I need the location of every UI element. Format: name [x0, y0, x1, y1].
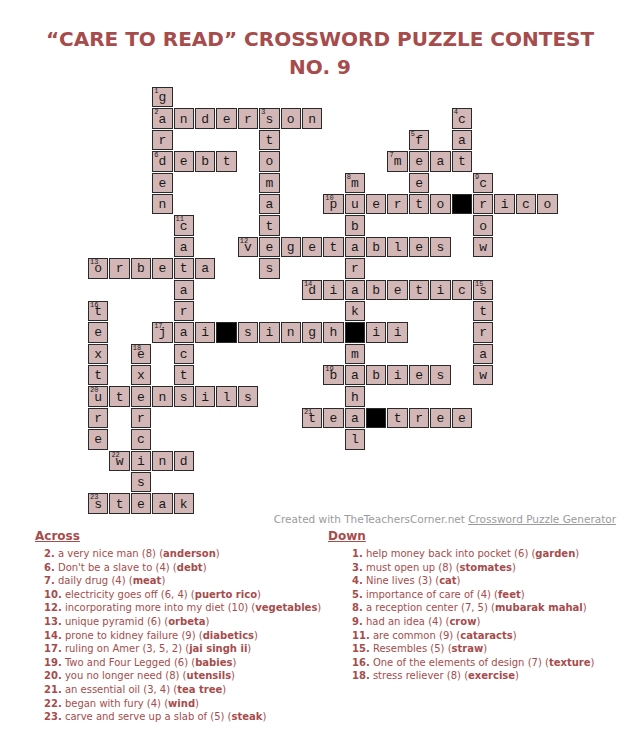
grid-cell: e	[216, 108, 236, 128]
cell-letter: t	[180, 367, 188, 383]
cell-letter: c	[458, 111, 466, 127]
cell-letter: b	[351, 218, 359, 234]
cell-letter: s	[244, 389, 252, 405]
clue-number: 9	[475, 173, 479, 182]
grid-cell: i	[430, 280, 450, 300]
clue-number: 13	[90, 258, 98, 267]
grid-cell: r	[174, 301, 194, 321]
cell-letter: s	[265, 260, 273, 276]
grid-cell: 1g	[152, 87, 172, 107]
cell-letter: o	[479, 218, 487, 234]
grid-cell: 6d	[152, 151, 172, 171]
cell-letter: r	[137, 410, 145, 426]
cell-letter: m	[351, 346, 359, 362]
black-cell	[366, 408, 386, 428]
down-clue-4: 4. Nine lives (3) (cat)	[328, 574, 636, 588]
grid-cell: 7m	[387, 151, 407, 171]
across-clue-17: 17. ruling on Amer (3, 5, 2) (jai singh …	[35, 642, 327, 656]
cell-letter: d	[201, 111, 209, 127]
cell-letter: a	[180, 282, 188, 298]
grid-cell: a	[345, 365, 365, 385]
cell-letter: m	[265, 175, 273, 191]
down-clue-9: 9. had an idea (4) (crow)	[328, 615, 636, 629]
cell-letter: e	[308, 239, 316, 255]
cell-letter: a	[458, 132, 466, 148]
cell-letter: i	[201, 324, 209, 340]
grid-cell: b	[131, 258, 151, 278]
cell-letter: e	[158, 260, 166, 276]
down-header: Down	[328, 529, 366, 543]
cell-letter: o	[543, 196, 551, 212]
cell-letter: u	[351, 196, 359, 212]
grid-cell: c	[131, 429, 151, 449]
grid-cell: u	[345, 194, 365, 214]
grid-cell: l	[345, 429, 365, 449]
grid-cell: k	[345, 301, 365, 321]
grid-cell: n	[152, 451, 172, 471]
grid-cell: t	[323, 237, 343, 257]
grid-cell: a	[345, 237, 365, 257]
grid-cell: b	[345, 215, 365, 235]
cell-letter: e	[415, 239, 423, 255]
down-clue-11: 11. are common (9) (cataracts)	[328, 629, 636, 643]
cell-letter: c	[137, 431, 145, 447]
cell-letter: s	[437, 239, 445, 255]
cell-letter: e	[437, 410, 445, 426]
cell-letter: s	[244, 324, 252, 340]
clue-number: 17	[154, 322, 162, 331]
cell-letter: e	[223, 111, 231, 127]
across-clue-23: 23. carve and serve up a slab of (5) (st…	[35, 710, 327, 724]
grid-cell: r	[131, 408, 151, 428]
cell-letter: a	[180, 239, 188, 255]
crossword-grid: 1g2ander3son4crt5fa6debto7meatem8me9cna1…	[88, 87, 558, 514]
cell-letter: r	[116, 260, 124, 276]
grid-cell: n	[152, 194, 172, 214]
grid-cell: 16t	[88, 301, 108, 321]
cell-letter: m	[351, 175, 359, 191]
grid-cell: 11c	[174, 215, 194, 235]
grid-cell: t	[259, 215, 279, 235]
grid-cell: t	[216, 151, 236, 171]
grid-cell: i	[195, 322, 215, 342]
grid-cell: c	[516, 194, 536, 214]
across-clue-14: 14. prone to kidney failure (9) (diabeti…	[35, 629, 327, 643]
grid-cell: e	[302, 237, 322, 257]
cell-letter: l	[351, 431, 359, 447]
grid-cell: b	[366, 280, 386, 300]
grid-cell: l	[216, 386, 236, 406]
black-cell	[452, 194, 472, 214]
cell-letter: s	[265, 111, 273, 127]
cell-letter: c	[180, 346, 188, 362]
grid-cell: t	[109, 493, 129, 513]
grid-cell: 14d	[302, 280, 322, 300]
cell-letter: e	[265, 239, 273, 255]
clue-number: 16	[90, 301, 98, 310]
cell-letter: n	[180, 111, 188, 127]
cell-letter: n	[158, 453, 166, 469]
grid-cell: o	[259, 151, 279, 171]
cell-letter: b	[372, 282, 380, 298]
cell-letter: a	[351, 410, 359, 426]
clue-number: 3	[261, 108, 265, 117]
grid-cell: i	[494, 194, 514, 214]
generator-link[interactable]: Crossword Puzzle Generator	[468, 513, 616, 525]
cell-letter: c	[458, 282, 466, 298]
grid-cell: t	[174, 258, 194, 278]
cell-letter: c	[522, 196, 530, 212]
grid-cell: e	[131, 493, 151, 513]
cell-letter: g	[158, 89, 166, 105]
cell-letter: t	[330, 239, 338, 255]
grid-cell: a	[345, 408, 365, 428]
cell-letter: n	[308, 111, 316, 127]
clue-number: 8	[347, 173, 351, 182]
cell-letter: a	[437, 153, 445, 169]
across-clue-list: 2. a very nice man (8) (anderson)6. Don'…	[35, 547, 327, 724]
cell-letter: h	[351, 389, 359, 405]
grid-cell: k	[174, 493, 194, 513]
cell-letter: e	[372, 196, 380, 212]
grid-cell: a	[174, 237, 194, 257]
across-clue-13: 13. unique pyramid (6) (orbeta)	[35, 615, 327, 629]
cell-letter: i	[501, 196, 509, 212]
cell-letter: o	[265, 153, 273, 169]
grid-cell: 9c	[473, 173, 493, 193]
grid-cell: b	[366, 237, 386, 257]
cell-letter: i	[201, 389, 209, 405]
grid-cell: e	[409, 237, 429, 257]
across-clue-2: 2. a very nice man (8) (anderson)	[35, 547, 327, 561]
cell-letter: w	[479, 367, 487, 383]
cell-letter: a	[180, 324, 188, 340]
cell-letter: m	[394, 153, 402, 169]
grid-cell: b	[366, 365, 386, 385]
cell-letter: a	[479, 346, 487, 362]
cell-letter: e	[394, 282, 402, 298]
grid-cell: 13o	[88, 258, 108, 278]
cell-letter: n	[287, 324, 295, 340]
cell-letter: x	[137, 367, 145, 383]
cell-letter: t	[415, 282, 423, 298]
clue-number: 22	[111, 451, 119, 460]
clue-number: 11	[176, 215, 184, 224]
grid-cell: t	[409, 280, 429, 300]
grid-cell: a	[452, 130, 472, 150]
clue-number: 1	[154, 87, 158, 96]
cell-letter: a	[158, 496, 166, 512]
cell-letter: a	[351, 282, 359, 298]
clue-number: 4	[454, 108, 458, 117]
grid-cell: e	[152, 173, 172, 193]
grid-cell: n	[152, 386, 172, 406]
grid-cell: e	[452, 408, 472, 428]
cell-letter: n	[158, 389, 166, 405]
grid-cell: r	[88, 408, 108, 428]
grid-cell: e	[409, 173, 429, 193]
grid-cell: i	[366, 322, 386, 342]
clue-number: 21	[304, 408, 312, 417]
grid-cell: n	[281, 322, 301, 342]
clue-number: 14	[304, 280, 312, 289]
cell-letter: e	[330, 410, 338, 426]
grid-cell: i	[131, 451, 151, 471]
across-clue-7: 7. daily drug (4) (meat)	[35, 574, 327, 588]
page-title: “CARE TO READ” CROSSWORD PUZZLE CONTEST …	[0, 25, 640, 81]
across-clue-6: 6. Don't be a slave to (4) (debt)	[35, 561, 327, 575]
grid-cell: s	[430, 365, 450, 385]
cell-letter: e	[415, 367, 423, 383]
grid-cell: r	[345, 258, 365, 278]
cell-letter: t	[458, 153, 466, 169]
grid-cell: c	[174, 344, 194, 364]
grid-cell: r	[152, 130, 172, 150]
cell-letter: b	[201, 153, 209, 169]
grid-cell: b	[195, 151, 215, 171]
down-clue-18: 18. stress reliever (8) (exercise)	[328, 669, 636, 683]
cell-letter: w	[479, 239, 487, 255]
grid-cell: i	[259, 322, 279, 342]
grid-cell: e	[131, 386, 151, 406]
across-header: Across	[35, 529, 80, 543]
cell-letter: t	[116, 389, 124, 405]
cell-letter: t	[415, 196, 423, 212]
clue-number: 6	[154, 151, 158, 160]
grid-cell: 5f	[409, 130, 429, 150]
grid-cell: e	[88, 322, 108, 342]
cell-letter: s	[137, 474, 145, 490]
cell-letter: n	[158, 196, 166, 212]
cell-letter: e	[94, 431, 102, 447]
grid-cell: x	[88, 344, 108, 364]
grid-cell: n	[302, 108, 322, 128]
grid-cell: r	[473, 194, 493, 214]
grid-cell: t	[259, 130, 279, 150]
cell-letter: a	[265, 196, 273, 212]
grid-cell: g	[302, 322, 322, 342]
cell-letter: e	[137, 496, 145, 512]
cell-letter: o	[287, 111, 295, 127]
grid-cell: m	[259, 173, 279, 193]
grid-cell: a	[430, 151, 450, 171]
cell-letter: i	[394, 324, 402, 340]
grid-cell: h	[323, 322, 343, 342]
puzzle-title-line1: “CARE TO READ” CROSSWORD PUZZLE CONTEST	[0, 25, 640, 53]
cell-letter: t	[394, 410, 402, 426]
cell-letter: r	[158, 132, 166, 148]
grid-cell: r	[473, 322, 493, 342]
grid-cell: 12v	[238, 237, 258, 257]
grid-cell: e	[259, 237, 279, 257]
cell-letter: s	[437, 367, 445, 383]
cell-letter: i	[394, 367, 402, 383]
grid-cell: h	[345, 386, 365, 406]
grid-cell: s	[430, 237, 450, 257]
grid-cell: o	[473, 215, 493, 235]
cell-letter: t	[116, 496, 124, 512]
cell-letter: i	[437, 282, 445, 298]
cell-letter: l	[223, 389, 231, 405]
grid-cell: i	[323, 280, 343, 300]
grid-cell: a	[174, 322, 194, 342]
cell-letter: f	[415, 132, 423, 148]
cell-letter: r	[180, 303, 188, 319]
clue-number: 18	[133, 344, 141, 353]
clue-number: 23	[90, 493, 98, 502]
grid-cell: e	[387, 280, 407, 300]
across-clue-21: 21. an essential oil (3, 4) (tea tree)	[35, 683, 327, 697]
down-clue-list: 1. help money back into pocket (6) (gard…	[328, 547, 636, 683]
grid-cell: e	[88, 429, 108, 449]
clue-number: 2	[154, 108, 158, 117]
grid-cell: r	[109, 258, 129, 278]
grid-cell: r	[409, 408, 429, 428]
puzzle-title-line2: NO. 9	[0, 53, 640, 81]
grid-cell: 22w	[109, 451, 129, 471]
grid-cell: c	[452, 280, 472, 300]
cell-letter: s	[180, 389, 188, 405]
black-cell	[345, 322, 365, 342]
grid-cell: i	[195, 386, 215, 406]
cell-letter: e	[137, 389, 145, 405]
across-clue-20: 20. you no longer need (8) (utensils)	[35, 669, 327, 683]
grid-cell: 23s	[88, 493, 108, 513]
grid-cell: 18e	[131, 344, 151, 364]
cell-letter: k	[180, 496, 188, 512]
cell-letter: b	[137, 260, 145, 276]
cell-letter: e	[458, 410, 466, 426]
cell-letter: e	[415, 175, 423, 191]
grid-cell: l	[387, 237, 407, 257]
cell-letter: r	[479, 324, 487, 340]
grid-cell: a	[174, 280, 194, 300]
grid-cell: d	[174, 451, 194, 471]
grid-cell: s	[259, 258, 279, 278]
black-cell	[216, 322, 236, 342]
grid-cell: i	[387, 365, 407, 385]
cell-letter: k	[351, 303, 359, 319]
cell-letter: e	[94, 324, 102, 340]
grid-cell: a	[473, 344, 493, 364]
grid-cell: x	[131, 365, 151, 385]
cell-letter: g	[287, 239, 295, 255]
cell-letter: t	[223, 153, 231, 169]
grid-cell: 15s	[473, 280, 493, 300]
grid-cell: i	[387, 322, 407, 342]
credit-line: Created with TheTeachersCorner.net Cross…	[274, 513, 616, 525]
down-clue-15: 15. Resembles (5) (straw)	[328, 642, 636, 656]
cell-letter: i	[137, 453, 145, 469]
clue-number: 19	[325, 365, 333, 374]
grid-cell: e	[152, 258, 172, 278]
grid-cell: t	[109, 386, 129, 406]
grid-cell: t	[452, 151, 472, 171]
grid-cell: e	[409, 151, 429, 171]
cell-letter: g	[308, 324, 316, 340]
across-clue-19: 19. Two and Four Legged (6) (babies)	[35, 656, 327, 670]
grid-cell: t	[473, 301, 493, 321]
grid-cell: o	[430, 194, 450, 214]
grid-cell: t	[387, 408, 407, 428]
grid-cell: w	[473, 365, 493, 385]
cell-letter: r	[415, 410, 423, 426]
grid-cell: 10p	[323, 194, 343, 214]
grid-cell: 19b	[323, 365, 343, 385]
cell-letter: r	[244, 111, 252, 127]
grid-cell: m	[345, 344, 365, 364]
grid-cell: 20u	[88, 386, 108, 406]
grid-cell: 21t	[302, 408, 322, 428]
cell-letter: d	[180, 453, 188, 469]
clue-number: 7	[389, 151, 393, 160]
cell-letter: e	[158, 175, 166, 191]
cell-letter: i	[265, 324, 273, 340]
grid-cell: t	[174, 365, 194, 385]
grid-cell: e	[430, 408, 450, 428]
grid-cell: t	[409, 194, 429, 214]
cell-letter: t	[180, 260, 188, 276]
grid-cell: 2a	[152, 108, 172, 128]
clue-number: 10	[325, 194, 333, 203]
grid-cell: r	[387, 194, 407, 214]
grid-cell: 17j	[152, 322, 172, 342]
cell-letter: r	[479, 196, 487, 212]
cell-letter: i	[330, 282, 338, 298]
cell-letter: b	[372, 367, 380, 383]
grid-cell: s	[174, 386, 194, 406]
grid-cell: e	[409, 365, 429, 385]
cell-letter: a	[201, 260, 209, 276]
grid-cell: 3s	[259, 108, 279, 128]
grid-cell: e	[174, 151, 194, 171]
grid-cell: o	[537, 194, 557, 214]
cell-letter: b	[372, 239, 380, 255]
grid-cell: a	[345, 280, 365, 300]
grid-cell: e	[366, 194, 386, 214]
clue-number: 12	[240, 237, 248, 246]
cell-letter: d	[158, 153, 166, 169]
grid-cell: e	[323, 408, 343, 428]
grid-cell: d	[195, 108, 215, 128]
grid-cell: 4c	[452, 108, 472, 128]
cell-letter: r	[94, 410, 102, 426]
cell-letter: o	[437, 196, 445, 212]
grid-cell: 8m	[345, 173, 365, 193]
cell-letter: l	[394, 239, 402, 255]
cell-letter: a	[158, 111, 166, 127]
grid-cell: r	[238, 108, 258, 128]
cell-letter: i	[372, 324, 380, 340]
cell-letter: e	[180, 153, 188, 169]
grid-cell: s	[238, 322, 258, 342]
grid-cell: n	[174, 108, 194, 128]
cell-letter: h	[330, 324, 338, 340]
grid-cell: a	[195, 258, 215, 278]
across-clue-10: 10. electricity goes off (6, 4) (puerto …	[35, 588, 327, 602]
down-clue-5: 5. importance of care of (4) (feet)	[328, 588, 636, 602]
cell-letter: t	[265, 218, 273, 234]
down-clue-8: 8. a reception center (7, 5) (mubarak ma…	[328, 601, 636, 615]
clue-number: 20	[90, 386, 98, 395]
grid-cell: a	[152, 493, 172, 513]
grid-cell: w	[473, 237, 493, 257]
across-clue-22: 22. began with fury (4) (wind)	[35, 697, 327, 711]
cell-letter: r	[351, 260, 359, 276]
grid-cell: s	[131, 472, 151, 492]
cell-letter: t	[94, 367, 102, 383]
cell-letter: x	[94, 346, 102, 362]
